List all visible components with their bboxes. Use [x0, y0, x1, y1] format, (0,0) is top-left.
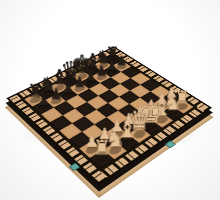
- perspective-wrapper: ♜♞♝♛♚♝♞♜♟♟♟♟♟♟♟♟♟♟♟♟♟♟♟♟♜♞♝♛♚♝♞♜: [0, 0, 220, 200]
- piece-black-pawn-c7[interactable]: ♟: [61, 81, 73, 95]
- piece-black-pawn-d7[interactable]: ♟: [73, 75, 85, 88]
- piece-black-pawn-b7[interactable]: ♟: [49, 87, 61, 101]
- piece-white-rook-a1[interactable]: ♜: [93, 138, 112, 159]
- pieces-layer: ♜♞♝♛♚♝♞♜♟♟♟♟♟♟♟♟♟♟♟♟♟♟♟♟♜♞♝♛♚♝♞♜: [6, 46, 212, 185]
- chess-board: ♜♞♝♛♚♝♞♜♟♟♟♟♟♟♟♟♟♟♟♟♟♟♟♟♜♞♝♛♚♝♞♜: [6, 46, 212, 185]
- product-photo-scene: ♜♞♝♛♚♝♞♜♟♟♟♟♟♟♟♟♟♟♟♟♟♟♟♟♜♞♝♛♚♝♞♜: [0, 0, 220, 200]
- piece-black-pawn-a7[interactable]: ♟: [37, 93, 50, 107]
